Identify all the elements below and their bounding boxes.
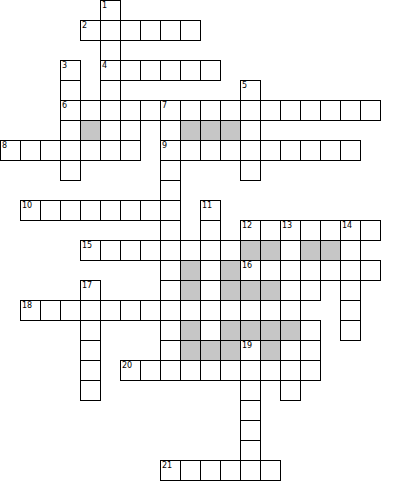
cell-r0c5[interactable]: 1 <box>100 0 121 21</box>
cell-r10c6[interactable] <box>120 200 141 221</box>
cell-r18c13[interactable] <box>260 360 281 381</box>
shaded-cell-r17c10 <box>200 340 221 361</box>
cell-r18c4[interactable] <box>80 360 101 381</box>
cell-r18c6[interactable]: 20 <box>120 360 141 381</box>
cell-r19c14[interactable] <box>280 380 301 401</box>
cell-r15c3[interactable] <box>60 300 81 321</box>
shaded-cell-r14c9 <box>180 280 201 301</box>
cell-r23c9[interactable] <box>180 460 201 481</box>
cell-r5c11[interactable] <box>220 100 241 121</box>
cell-r11c14[interactable]: 13 <box>280 220 301 241</box>
cell-r10c4[interactable] <box>80 200 101 221</box>
clue-number-15: 15 <box>82 241 92 250</box>
shaded-cell-r17c13 <box>260 340 281 361</box>
cell-r17c4[interactable] <box>80 340 101 361</box>
shaded-cell-r6c10 <box>200 120 221 141</box>
shaded-cell-r6c9 <box>180 120 201 141</box>
cell-r5c8[interactable]: 7 <box>160 100 181 121</box>
clue-number-13: 13 <box>282 221 292 230</box>
cell-r3c3[interactable]: 3 <box>60 60 81 81</box>
cell-r7c1[interactable] <box>20 140 41 161</box>
cell-r7c10[interactable] <box>200 140 221 161</box>
cell-r7c15[interactable] <box>300 140 321 161</box>
cell-r5c12[interactable] <box>240 100 261 121</box>
cell-r18c14[interactable] <box>280 360 301 381</box>
cell-r16c8[interactable] <box>160 320 181 341</box>
cell-r5c6[interactable] <box>120 100 141 121</box>
cell-r15c2[interactable] <box>40 300 61 321</box>
clue-number-9: 9 <box>162 141 167 150</box>
cell-r2c5[interactable] <box>100 40 121 61</box>
cell-r5c16[interactable] <box>320 100 341 121</box>
cell-r15c5[interactable] <box>100 300 121 321</box>
cell-r18c8[interactable] <box>160 360 181 381</box>
cell-r7c4[interactable] <box>80 140 101 161</box>
cell-r3c8[interactable] <box>160 60 181 81</box>
cell-r15c10[interactable] <box>200 300 221 321</box>
cell-r13c10[interactable] <box>200 260 221 281</box>
shaded-cell-r12c16 <box>320 240 341 261</box>
shaded-cell-r13c9 <box>180 260 201 281</box>
crossword-grid: 123456789101112131415161718192021 <box>0 0 401 481</box>
cell-r7c12[interactable] <box>240 140 261 161</box>
clue-number-5: 5 <box>242 81 247 90</box>
cell-r1c9[interactable] <box>180 20 201 41</box>
cell-r12c10[interactable] <box>200 240 221 261</box>
cell-r4c12[interactable]: 5 <box>240 80 261 101</box>
cell-r6c12[interactable] <box>240 120 261 141</box>
cell-r7c3[interactable] <box>60 140 81 161</box>
cell-r16c10[interactable] <box>200 320 221 341</box>
cell-r15c14[interactable] <box>280 300 301 321</box>
cell-r14c4[interactable]: 17 <box>80 280 101 301</box>
page: 123456789101112131415161718192021 <box>0 0 401 481</box>
shaded-cell-r12c15 <box>300 240 321 261</box>
cell-r1c4[interactable]: 2 <box>80 20 101 41</box>
cell-r12c8[interactable] <box>160 240 181 261</box>
cell-r8c12[interactable] <box>240 160 261 181</box>
cell-r13c16[interactable] <box>320 260 341 281</box>
cell-r8c8[interactable] <box>160 160 181 181</box>
cell-r5c17[interactable] <box>340 100 361 121</box>
cell-r12c9[interactable] <box>180 240 201 261</box>
cell-r18c9[interactable] <box>180 360 201 381</box>
cell-r6c8[interactable] <box>160 120 181 141</box>
shaded-cell-r14c13 <box>260 280 281 301</box>
cell-r15c7[interactable] <box>140 300 161 321</box>
cell-r1c5[interactable] <box>100 20 121 41</box>
shaded-cell-r13c11 <box>220 260 241 281</box>
cell-r10c10[interactable]: 11 <box>200 200 221 221</box>
clue-number-2: 2 <box>82 21 87 30</box>
cell-r5c18[interactable] <box>360 100 381 121</box>
cell-r7c5[interactable] <box>100 140 121 161</box>
cell-r13c15[interactable] <box>300 260 321 281</box>
cell-r7c9[interactable] <box>180 140 201 161</box>
cell-r1c6[interactable] <box>120 20 141 41</box>
cell-r23c10[interactable] <box>200 460 221 481</box>
shaded-cell-r16c9 <box>180 320 201 341</box>
cell-r15c1[interactable]: 18 <box>20 300 41 321</box>
shaded-cell-r16c14 <box>280 320 301 341</box>
clue-number-14: 14 <box>342 221 352 230</box>
cell-r18c11[interactable] <box>220 360 241 381</box>
cell-r21c12[interactable] <box>240 420 261 441</box>
shaded-cell-r12c12 <box>240 240 261 261</box>
cell-r14c8[interactable] <box>160 280 181 301</box>
cell-r11c18[interactable] <box>360 220 381 241</box>
clue-number-12: 12 <box>242 221 252 230</box>
cell-r5c9[interactable] <box>180 100 201 121</box>
cell-r18c12[interactable] <box>240 360 261 381</box>
cell-r17c15[interactable] <box>300 340 321 361</box>
cell-r23c12[interactable] <box>240 460 261 481</box>
cell-r19c4[interactable] <box>80 380 101 401</box>
cell-r8c3[interactable] <box>60 160 81 181</box>
cell-r10c8[interactable] <box>160 200 181 221</box>
cell-r15c6[interactable] <box>120 300 141 321</box>
cell-r13c12[interactable]: 16 <box>240 260 261 281</box>
cell-r16c15[interactable] <box>300 320 321 341</box>
cell-r17c14[interactable] <box>280 340 301 361</box>
clue-number-18: 18 <box>22 301 32 310</box>
cell-r5c3[interactable]: 6 <box>60 100 81 121</box>
cell-r14c17[interactable] <box>340 280 361 301</box>
cell-r3c5[interactable]: 4 <box>100 60 121 81</box>
cell-r5c10[interactable] <box>200 100 221 121</box>
cell-r3c7[interactable] <box>140 60 161 81</box>
cell-r13c17[interactable] <box>340 260 361 281</box>
cell-r9c8[interactable] <box>160 180 181 201</box>
cell-r1c8[interactable] <box>160 20 181 41</box>
cell-r18c15[interactable] <box>300 360 321 381</box>
cell-r3c9[interactable] <box>180 60 201 81</box>
clue-number-4: 4 <box>102 61 107 70</box>
cell-r15c9[interactable] <box>180 300 201 321</box>
cell-r11c15[interactable] <box>300 220 321 241</box>
cell-r7c14[interactable] <box>280 140 301 161</box>
cell-r13c14[interactable] <box>280 260 301 281</box>
clue-number-10: 10 <box>22 201 32 210</box>
cell-r11c8[interactable] <box>160 220 181 241</box>
cell-r12c5[interactable] <box>100 240 121 261</box>
cell-r5c4[interactable] <box>80 100 101 121</box>
cell-r4c3[interactable] <box>60 80 81 101</box>
cell-r5c14[interactable] <box>280 100 301 121</box>
clue-number-19: 19 <box>242 341 252 350</box>
shaded-cell-r14c11 <box>220 280 241 301</box>
shaded-cell-r16c12 <box>240 320 261 341</box>
cell-r1c7[interactable] <box>140 20 161 41</box>
cell-r5c15[interactable] <box>300 100 321 121</box>
cell-r14c15[interactable] <box>300 280 321 301</box>
cell-r5c5[interactable] <box>100 100 121 121</box>
clue-number-3: 3 <box>62 61 67 70</box>
clue-number-7: 7 <box>162 101 167 110</box>
cell-r12c14[interactable] <box>280 240 301 261</box>
cell-r14c14[interactable] <box>280 280 301 301</box>
cell-r14c10[interactable] <box>200 280 221 301</box>
cell-r13c8[interactable] <box>160 260 181 281</box>
cell-r10c1[interactable]: 10 <box>20 200 41 221</box>
cell-r7c2[interactable] <box>40 140 61 161</box>
cell-r15c17[interactable] <box>340 300 361 321</box>
cell-r19c12[interactable] <box>240 380 261 401</box>
cell-r17c8[interactable] <box>160 340 181 361</box>
shaded-cell-r16c11 <box>220 320 241 341</box>
shaded-cell-r6c4 <box>80 120 101 141</box>
cell-r23c11[interactable] <box>220 460 241 481</box>
cell-r23c8[interactable]: 21 <box>160 460 181 481</box>
cell-r15c13[interactable] <box>260 300 281 321</box>
cell-r10c3[interactable] <box>60 200 81 221</box>
cell-r12c7[interactable] <box>140 240 161 261</box>
clue-number-21: 21 <box>162 461 172 470</box>
cell-r7c17[interactable] <box>340 140 361 161</box>
cell-r7c0[interactable]: 8 <box>0 140 21 161</box>
cell-r22c12[interactable] <box>240 440 261 461</box>
shaded-cell-r17c9 <box>180 340 201 361</box>
cell-r12c6[interactable] <box>120 240 141 261</box>
cell-r15c8[interactable] <box>160 300 181 321</box>
cell-r11c17[interactable]: 14 <box>340 220 361 241</box>
clue-number-16: 16 <box>242 261 252 270</box>
cell-r3c6[interactable] <box>120 60 141 81</box>
cell-r7c11[interactable] <box>220 140 241 161</box>
shaded-cell-r17c11 <box>220 340 241 361</box>
shaded-cell-r6c11 <box>220 120 241 141</box>
clue-number-1: 1 <box>102 1 107 10</box>
cell-r15c12[interactable] <box>240 300 261 321</box>
cell-r12c4[interactable]: 15 <box>80 240 101 261</box>
cell-r7c13[interactable] <box>260 140 281 161</box>
cell-r17c12[interactable]: 19 <box>240 340 261 361</box>
shaded-cell-r14c12 <box>240 280 261 301</box>
cell-r12c17[interactable] <box>340 240 361 261</box>
cell-r3c10[interactable] <box>200 60 221 81</box>
cell-r6c5[interactable] <box>100 120 121 141</box>
clue-number-17: 17 <box>82 281 92 290</box>
cell-r15c11[interactable] <box>220 300 241 321</box>
cell-r13c13[interactable] <box>260 260 281 281</box>
shaded-cell-r12c13 <box>260 240 281 261</box>
cell-r23c13[interactable] <box>260 460 281 481</box>
cell-r7c6[interactable] <box>120 140 141 161</box>
shaded-cell-r16c13 <box>260 320 281 341</box>
clue-number-20: 20 <box>122 361 132 370</box>
cell-r20c12[interactable] <box>240 400 261 421</box>
cell-r11c16[interactable] <box>320 220 341 241</box>
cell-r12c11[interactable] <box>220 240 241 261</box>
cell-r10c2[interactable] <box>40 200 61 221</box>
cell-r7c16[interactable] <box>320 140 341 161</box>
cell-r16c17[interactable] <box>340 320 361 341</box>
cell-r6c6[interactable] <box>120 120 141 141</box>
cell-r10c7[interactable] <box>140 200 161 221</box>
cell-r7c8[interactable]: 9 <box>160 140 181 161</box>
clue-number-11: 11 <box>202 201 212 210</box>
cell-r5c7[interactable] <box>140 100 161 121</box>
clue-number-6: 6 <box>62 101 67 110</box>
cell-r6c3[interactable] <box>60 120 81 141</box>
cell-r11c12[interactable]: 12 <box>240 220 261 241</box>
cell-r5c13[interactable] <box>260 100 281 121</box>
cell-r13c18[interactable] <box>360 260 381 281</box>
cell-r15c4[interactable] <box>80 300 101 321</box>
cell-r18c10[interactable] <box>200 360 221 381</box>
clue-number-8: 8 <box>2 141 7 150</box>
cell-r10c5[interactable] <box>100 200 121 221</box>
cell-r11c13[interactable] <box>260 220 281 241</box>
cell-r16c4[interactable] <box>80 320 101 341</box>
cell-r11c10[interactable] <box>200 220 221 241</box>
cell-r4c5[interactable] <box>100 80 121 101</box>
cell-r18c7[interactable] <box>140 360 161 381</box>
